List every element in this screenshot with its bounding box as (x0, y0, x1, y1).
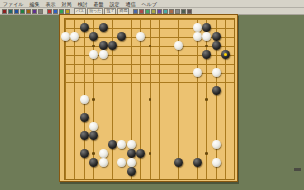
white-stone (212, 158, 221, 167)
tool-icon-16[interactable] (157, 9, 162, 14)
menu-item-7[interactable]: 通信 (122, 1, 138, 7)
tool-icon-18[interactable] (169, 9, 174, 14)
white-stone (117, 158, 126, 167)
white-stone (99, 50, 108, 59)
star-point (149, 45, 152, 48)
star-point (149, 98, 152, 101)
tool-icon-10[interactable] (59, 9, 64, 14)
black-stone (89, 131, 98, 140)
star-point (205, 45, 208, 48)
tool-icon-3[interactable] (14, 9, 19, 14)
tool-icon-12[interactable] (133, 9, 138, 14)
black-stone (193, 158, 202, 167)
white-stone (193, 32, 202, 41)
menu-item-1[interactable]: 編集 (26, 1, 42, 7)
star-point (205, 98, 208, 101)
black-stone (127, 149, 136, 158)
tool-icon-15[interactable] (151, 9, 156, 14)
menu-item-4[interactable]: 検討 (74, 1, 90, 7)
tool-icon-2[interactable] (8, 9, 13, 14)
menu-item-6[interactable]: 設定 (106, 1, 122, 7)
tool-icon-19[interactable] (175, 9, 180, 14)
black-stone (212, 41, 221, 50)
star-point (92, 45, 95, 48)
white-stone (89, 122, 98, 131)
toolbar-separator (130, 9, 132, 14)
tool-icon-13[interactable] (139, 9, 144, 14)
star-point (92, 152, 95, 155)
star-point (92, 98, 95, 101)
black-stone (117, 32, 126, 41)
black-stone (127, 167, 136, 176)
black-stone (108, 41, 117, 50)
black-stone (212, 32, 221, 41)
tool-icon-17[interactable] (163, 9, 168, 14)
white-stone (212, 68, 221, 77)
white-stone (193, 23, 202, 32)
resize-grip[interactable] (294, 168, 301, 171)
white-stone (174, 41, 183, 50)
tool-icon-14[interactable] (145, 9, 150, 14)
tool-icon-6[interactable] (32, 9, 37, 14)
black-stone (89, 158, 98, 167)
white-stone (99, 149, 108, 158)
white-stone (212, 140, 221, 149)
tool-icon-1[interactable] (2, 9, 7, 14)
black-stone (89, 32, 98, 41)
black-stone (80, 131, 89, 140)
black-stone (221, 50, 230, 59)
black-stone (174, 158, 183, 167)
black-stone (80, 23, 89, 32)
black-stone (202, 23, 211, 32)
black-stone (80, 149, 89, 158)
last-move-marker (224, 53, 227, 56)
toolbar-separator (44, 9, 46, 14)
tool-icon-21[interactable] (187, 9, 192, 14)
star-point (149, 152, 152, 155)
black-stone (108, 140, 117, 149)
tool-icon-9[interactable] (53, 9, 58, 14)
tool-icon-4[interactable] (20, 9, 25, 14)
black-stone (136, 149, 145, 158)
tool-icon-8[interactable] (47, 9, 52, 14)
white-stone (89, 50, 98, 59)
white-stone (99, 158, 108, 167)
white-stone (80, 95, 89, 104)
menu-bar: ファイル編集表示対局検討碁盤設定通信ヘルプ (0, 0, 304, 8)
tool-icon-5[interactable] (26, 9, 31, 14)
black-stone (212, 86, 221, 95)
menu-item-5[interactable]: 碁盤 (90, 1, 106, 7)
white-stone (193, 68, 202, 77)
black-stone (99, 41, 108, 50)
white-stone (127, 140, 136, 149)
menu-item-8[interactable]: ヘルプ (138, 1, 159, 7)
white-stone (70, 32, 79, 41)
white-stone (136, 32, 145, 41)
white-stone (61, 32, 70, 41)
board-grid (64, 18, 235, 180)
white-stone (127, 158, 136, 167)
menu-item-2[interactable]: 表示 (42, 1, 58, 7)
go-board[interactable] (59, 14, 238, 182)
menu-item-0[interactable]: ファイル (0, 1, 26, 7)
go-app-window: ファイル編集表示対局検討碁盤設定通信ヘルプ パス待った投了終局 (0, 0, 304, 190)
menu-item-3[interactable]: 対局 (58, 1, 74, 7)
toolbar-separator (71, 9, 73, 14)
star-point (205, 152, 208, 155)
black-stone (202, 50, 211, 59)
tool-icon-7[interactable] (38, 9, 43, 14)
tool-icon-11[interactable] (65, 9, 70, 14)
black-stone (80, 113, 89, 122)
white-stone (202, 32, 211, 41)
white-stone (117, 140, 126, 149)
black-stone (99, 23, 108, 32)
tool-icon-20[interactable] (181, 9, 186, 14)
